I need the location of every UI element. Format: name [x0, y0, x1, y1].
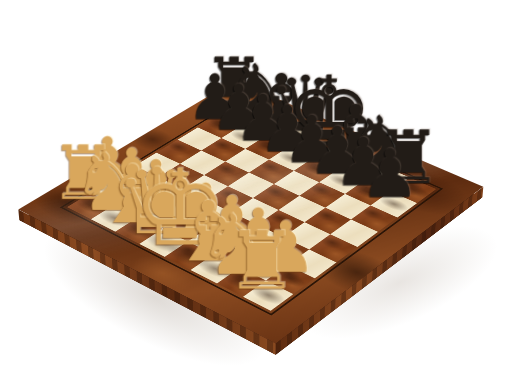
- piece-black-pawn-h7: ♟: [339, 141, 440, 208]
- board-perspective: ♜♞♝♛♚♝♞♜♟♟♟♟♟♟♟♟♟♟♟♟♟♟♟♟♜♞♝♛♚♝♞♜: [18, 81, 483, 344]
- piece-white-rook-h1: ♜: [208, 220, 316, 300]
- product-photo: ♜♞♝♛♚♝♞♜♟♟♟♟♟♟♟♟♟♟♟♟♟♟♟♟♜♞♝♛♚♝♞♜: [0, 0, 510, 376]
- chess-board: ♜♞♝♛♚♝♞♜♟♟♟♟♟♟♟♟♟♟♟♟♟♟♟♟♜♞♝♛♚♝♞♜: [18, 81, 483, 344]
